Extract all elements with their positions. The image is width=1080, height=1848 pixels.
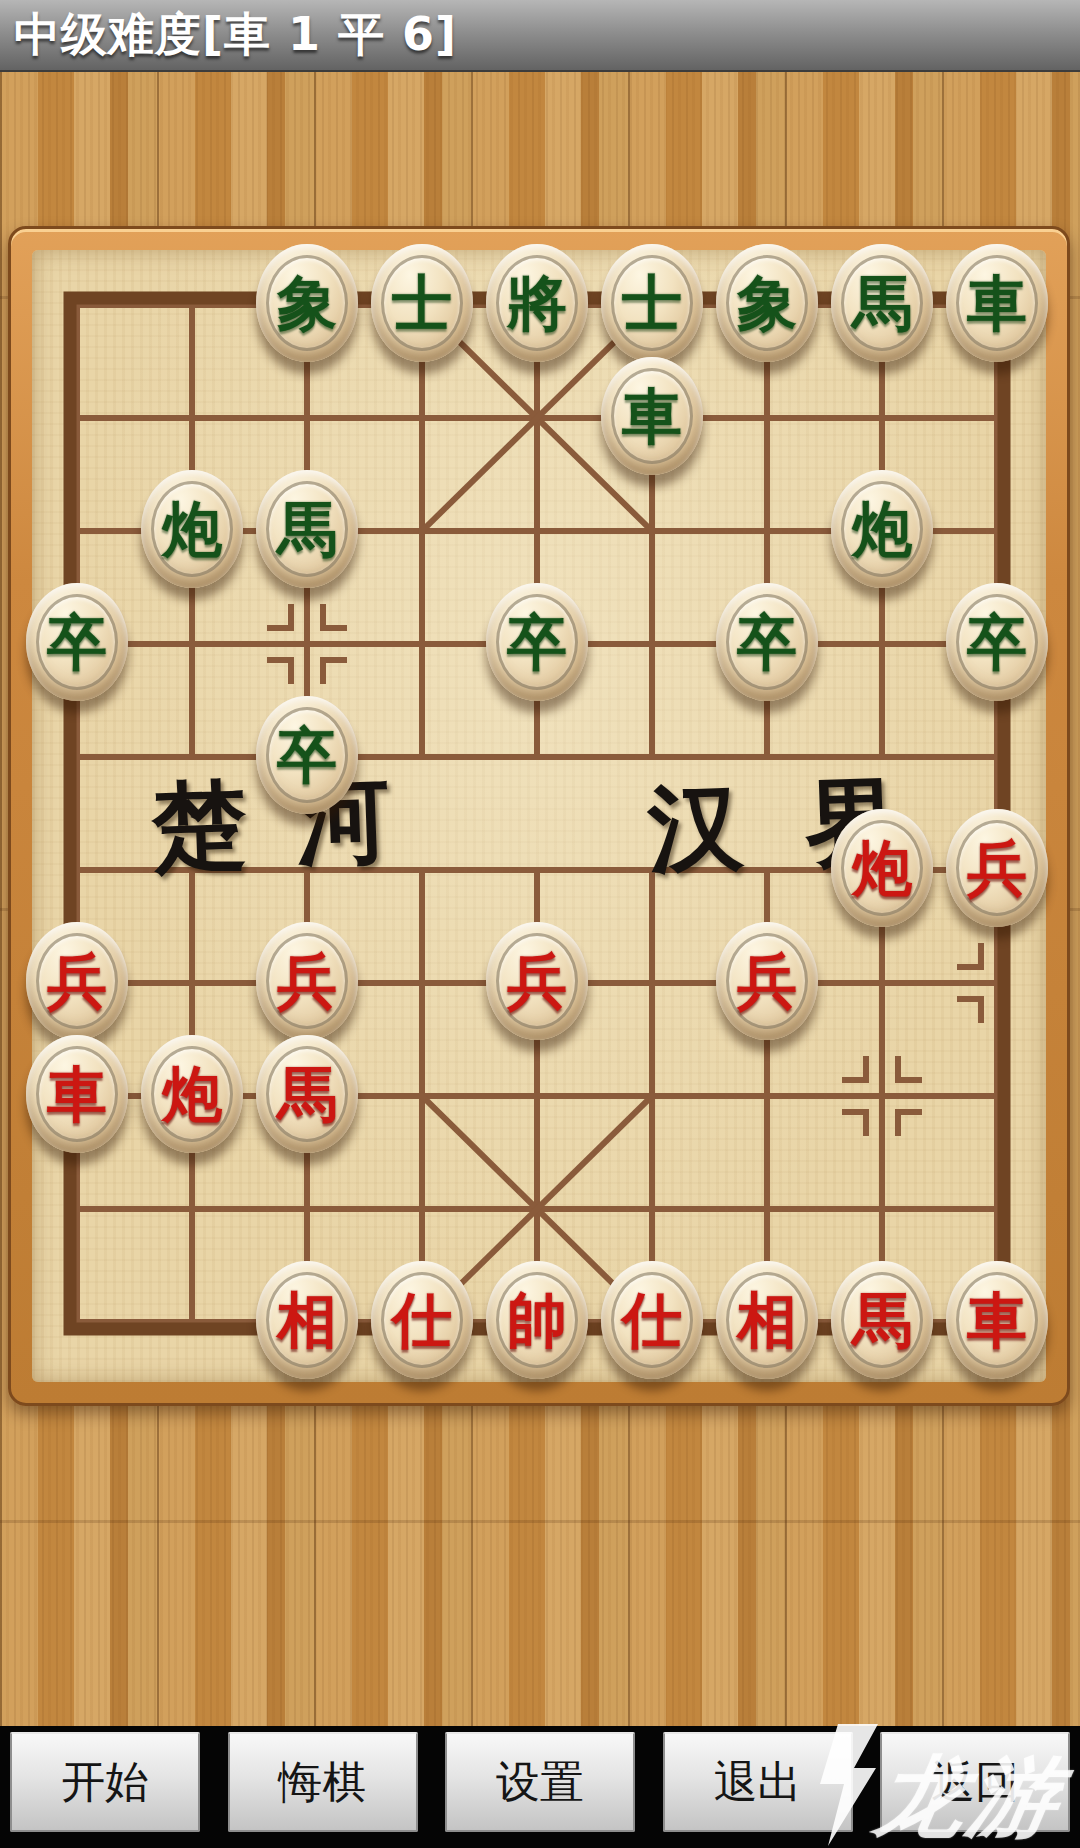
back-button[interactable]: 返回 <box>880 1732 1070 1832</box>
piece-red-帥[interactable]: 帥 <box>486 1261 588 1379</box>
piece-black-炮[interactable]: 炮 <box>141 470 243 588</box>
piece-red-兵[interactable]: 兵 <box>716 922 818 1040</box>
piece-glyph: 炮 <box>162 499 222 559</box>
undo-button[interactable]: 悔棋 <box>228 1732 418 1832</box>
piece-black-象[interactable]: 象 <box>256 244 358 362</box>
piece-glyph: 馬 <box>277 1064 337 1124</box>
piece-glyph: 馬 <box>852 273 912 333</box>
point-marker-corner <box>267 657 294 684</box>
piece-black-卒[interactable]: 卒 <box>716 583 818 701</box>
piece-glyph: 仕 <box>392 1290 452 1350</box>
piece-black-馬[interactable]: 馬 <box>256 470 358 588</box>
piece-black-炮[interactable]: 炮 <box>831 470 933 588</box>
piece-glyph: 車 <box>47 1064 107 1124</box>
piece-glyph: 象 <box>277 273 337 333</box>
difficulty-and-last-move-title: 中级难度[車 1 平 6] <box>14 4 457 66</box>
title-bar: 中级难度[車 1 平 6] <box>0 0 1080 72</box>
piece-black-卒[interactable]: 卒 <box>26 583 128 701</box>
piece-red-炮[interactable]: 炮 <box>141 1035 243 1153</box>
piece-glyph: 相 <box>737 1290 797 1350</box>
bottom-bar: 开始悔棋设置退出返回 <box>0 1726 1080 1848</box>
piece-red-馬[interactable]: 馬 <box>256 1035 358 1153</box>
piece-black-將[interactable]: 將 <box>486 244 588 362</box>
piece-red-相[interactable]: 相 <box>716 1261 818 1379</box>
piece-glyph: 兵 <box>507 951 567 1011</box>
piece-black-車[interactable]: 車 <box>601 357 703 475</box>
piece-red-仕[interactable]: 仕 <box>601 1261 703 1379</box>
piece-red-兵[interactable]: 兵 <box>486 922 588 1040</box>
piece-glyph: 炮 <box>852 499 912 559</box>
app-screen: 中级难度[車 1 平 6] <box>0 0 1080 1848</box>
point-marker-corner <box>320 604 347 631</box>
point-marker-corner <box>842 1109 869 1136</box>
piece-glyph: 卒 <box>737 612 797 672</box>
piece-glyph: 炮 <box>162 1064 222 1124</box>
piece-black-象[interactable]: 象 <box>716 244 818 362</box>
piece-glyph: 仕 <box>622 1290 682 1350</box>
piece-glyph: 將 <box>507 273 567 333</box>
piece-black-卒[interactable]: 卒 <box>946 583 1048 701</box>
piece-glyph: 卒 <box>967 612 1027 672</box>
piece-glyph: 車 <box>967 273 1027 333</box>
piece-black-馬[interactable]: 馬 <box>831 244 933 362</box>
piece-red-兵[interactable]: 兵 <box>946 809 1048 927</box>
piece-red-兵[interactable]: 兵 <box>26 922 128 1040</box>
piece-red-車[interactable]: 車 <box>26 1035 128 1153</box>
piece-black-卒[interactable]: 卒 <box>486 583 588 701</box>
piece-black-卒[interactable]: 卒 <box>256 696 358 814</box>
piece-glyph: 馬 <box>277 499 337 559</box>
point-marker-corner <box>957 943 984 970</box>
piece-glyph: 卒 <box>507 612 567 672</box>
piece-black-士[interactable]: 士 <box>601 244 703 362</box>
piece-glyph: 兵 <box>967 838 1027 898</box>
start-button[interactable]: 开始 <box>10 1732 200 1832</box>
piece-glyph: 兵 <box>47 951 107 1011</box>
piece-black-士[interactable]: 士 <box>371 244 473 362</box>
point-marker-corner <box>842 1056 869 1083</box>
piece-glyph: 馬 <box>852 1290 912 1350</box>
piece-red-炮[interactable]: 炮 <box>831 809 933 927</box>
piece-red-仕[interactable]: 仕 <box>371 1261 473 1379</box>
point-marker-corner <box>895 1109 922 1136</box>
piece-glyph: 炮 <box>852 838 912 898</box>
point-marker-corner <box>267 604 294 631</box>
piece-glyph: 兵 <box>277 951 337 1011</box>
piece-black-車[interactable]: 車 <box>946 244 1048 362</box>
exit-button[interactable]: 退出 <box>663 1732 853 1832</box>
piece-red-兵[interactable]: 兵 <box>256 922 358 1040</box>
piece-glyph: 士 <box>622 273 682 333</box>
piece-glyph: 車 <box>967 1290 1027 1350</box>
point-marker-corner <box>320 657 347 684</box>
piece-glyph: 卒 <box>277 725 337 785</box>
piece-red-相[interactable]: 相 <box>256 1261 358 1379</box>
piece-glyph: 帥 <box>507 1290 567 1350</box>
piece-red-馬[interactable]: 馬 <box>831 1261 933 1379</box>
piece-red-車[interactable]: 車 <box>946 1261 1048 1379</box>
piece-glyph: 相 <box>277 1290 337 1350</box>
settings-button[interactable]: 设置 <box>445 1732 635 1832</box>
piece-glyph: 士 <box>392 273 452 333</box>
piece-glyph: 兵 <box>737 951 797 1011</box>
point-marker-corner <box>957 996 984 1023</box>
point-marker-corner <box>895 1056 922 1083</box>
piece-glyph: 卒 <box>47 612 107 672</box>
piece-glyph: 車 <box>622 386 682 446</box>
piece-glyph: 象 <box>737 273 797 333</box>
